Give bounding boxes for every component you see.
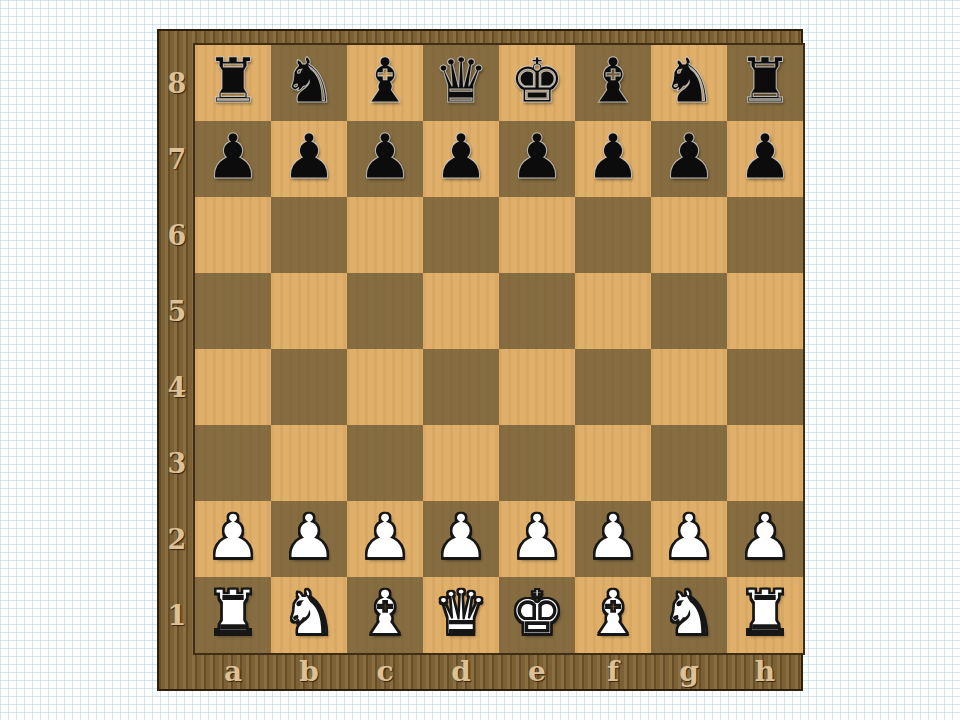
square-a1[interactable]: ♜ (195, 577, 271, 653)
square-g1[interactable]: ♞ (651, 577, 727, 653)
square-d6[interactable] (423, 197, 499, 273)
square-h7[interactable]: ♟ (727, 121, 803, 197)
piece-white-king-e1: ♚ (509, 582, 565, 644)
file-label-h: h (727, 653, 803, 689)
piece-black-rook-a8: ♜ (205, 50, 261, 112)
piece-white-queen-d1: ♛ (433, 582, 489, 644)
square-b5[interactable] (271, 273, 347, 349)
square-h5[interactable] (727, 273, 803, 349)
chess-board: 87654321 ♜♞♝♛♚♝♞♜♟♟♟♟♟♟♟♟♟♟♟♟♟♟♟♟♜♞♝♛♚♝♞… (157, 29, 803, 691)
square-f6[interactable] (575, 197, 651, 273)
rank-label-6: 6 (159, 197, 195, 273)
square-h1[interactable]: ♜ (727, 577, 803, 653)
square-a6[interactable] (195, 197, 271, 273)
square-e6[interactable] (499, 197, 575, 273)
square-g3[interactable] (651, 425, 727, 501)
piece-white-knight-g1: ♞ (661, 582, 717, 644)
piece-black-bishop-f8: ♝ (585, 50, 641, 112)
square-d8[interactable]: ♛ (423, 45, 499, 121)
piece-black-pawn-c7: ♟ (357, 126, 413, 188)
square-b7[interactable]: ♟ (271, 121, 347, 197)
square-e1[interactable]: ♚ (499, 577, 575, 653)
square-b3[interactable] (271, 425, 347, 501)
square-d2[interactable]: ♟ (423, 501, 499, 577)
square-e2[interactable]: ♟ (499, 501, 575, 577)
rank-labels: 87654321 (159, 45, 195, 653)
piece-black-pawn-h7: ♟ (737, 126, 793, 188)
square-g4[interactable] (651, 349, 727, 425)
square-c6[interactable] (347, 197, 423, 273)
piece-white-pawn-g2: ♟ (661, 506, 717, 568)
file-label-c: c (347, 653, 423, 689)
piece-black-pawn-d7: ♟ (433, 126, 489, 188)
square-a4[interactable] (195, 349, 271, 425)
piece-black-queen-d8: ♛ (433, 50, 489, 112)
square-e3[interactable] (499, 425, 575, 501)
file-labels: abcdefgh (195, 653, 803, 689)
piece-white-knight-b1: ♞ (281, 582, 337, 644)
piece-white-pawn-h2: ♟ (737, 506, 793, 568)
piece-black-pawn-f7: ♟ (585, 126, 641, 188)
square-a2[interactable]: ♟ (195, 501, 271, 577)
square-g6[interactable] (651, 197, 727, 273)
square-f2[interactable]: ♟ (575, 501, 651, 577)
square-f3[interactable] (575, 425, 651, 501)
piece-white-pawn-c2: ♟ (357, 506, 413, 568)
file-label-b: b (271, 653, 347, 689)
rank-label-2: 2 (159, 501, 195, 577)
square-e4[interactable] (499, 349, 575, 425)
piece-black-knight-b8: ♞ (281, 50, 337, 112)
square-c3[interactable] (347, 425, 423, 501)
board-squares: ♜♞♝♛♚♝♞♜♟♟♟♟♟♟♟♟♟♟♟♟♟♟♟♟♜♞♝♛♚♝♞♜ (195, 45, 803, 653)
square-g8[interactable]: ♞ (651, 45, 727, 121)
rank-label-1: 1 (159, 577, 195, 653)
file-label-g: g (651, 653, 727, 689)
square-a7[interactable]: ♟ (195, 121, 271, 197)
square-h6[interactable] (727, 197, 803, 273)
square-c2[interactable]: ♟ (347, 501, 423, 577)
square-f4[interactable] (575, 349, 651, 425)
piece-black-knight-g8: ♞ (661, 50, 717, 112)
slide-background: { "game": "chess", "description": "Chess… (0, 0, 960, 720)
square-c4[interactable] (347, 349, 423, 425)
square-b4[interactable] (271, 349, 347, 425)
square-f1[interactable]: ♝ (575, 577, 651, 653)
square-b2[interactable]: ♟ (271, 501, 347, 577)
rank-label-4: 4 (159, 349, 195, 425)
square-g5[interactable] (651, 273, 727, 349)
square-b1[interactable]: ♞ (271, 577, 347, 653)
rank-label-8: 8 (159, 45, 195, 121)
piece-black-pawn-a7: ♟ (205, 126, 261, 188)
piece-white-rook-h1: ♜ (737, 582, 793, 644)
file-label-f: f (575, 653, 651, 689)
square-b6[interactable] (271, 197, 347, 273)
square-a8[interactable]: ♜ (195, 45, 271, 121)
square-d7[interactable]: ♟ (423, 121, 499, 197)
square-f8[interactable]: ♝ (575, 45, 651, 121)
square-e7[interactable]: ♟ (499, 121, 575, 197)
square-f7[interactable]: ♟ (575, 121, 651, 197)
square-h2[interactable]: ♟ (727, 501, 803, 577)
square-g7[interactable]: ♟ (651, 121, 727, 197)
square-b8[interactable]: ♞ (271, 45, 347, 121)
square-d5[interactable] (423, 273, 499, 349)
piece-white-pawn-a2: ♟ (205, 506, 261, 568)
square-a3[interactable] (195, 425, 271, 501)
square-g2[interactable]: ♟ (651, 501, 727, 577)
file-label-a: a (195, 653, 271, 689)
square-c1[interactable]: ♝ (347, 577, 423, 653)
piece-black-pawn-g7: ♟ (661, 126, 717, 188)
square-d1[interactable]: ♛ (423, 577, 499, 653)
piece-black-pawn-e7: ♟ (509, 126, 565, 188)
piece-white-pawn-f2: ♟ (585, 506, 641, 568)
rank-label-5: 5 (159, 273, 195, 349)
file-label-e: e (499, 653, 575, 689)
piece-white-pawn-e2: ♟ (509, 506, 565, 568)
piece-white-bishop-c1: ♝ (357, 582, 413, 644)
piece-white-bishop-f1: ♝ (585, 582, 641, 644)
rank-label-7: 7 (159, 121, 195, 197)
piece-black-rook-h8: ♜ (737, 50, 793, 112)
piece-black-king-e8: ♚ (509, 50, 565, 112)
square-d3[interactable] (423, 425, 499, 501)
square-e8[interactable]: ♚ (499, 45, 575, 121)
square-c7[interactable]: ♟ (347, 121, 423, 197)
file-label-d: d (423, 653, 499, 689)
piece-black-bishop-c8: ♝ (357, 50, 413, 112)
square-f5[interactable] (575, 273, 651, 349)
square-c5[interactable] (347, 273, 423, 349)
piece-white-rook-a1: ♜ (205, 582, 261, 644)
square-a5[interactable] (195, 273, 271, 349)
square-e5[interactable] (499, 273, 575, 349)
piece-white-pawn-d2: ♟ (433, 506, 489, 568)
square-h3[interactable] (727, 425, 803, 501)
square-d4[interactable] (423, 349, 499, 425)
piece-black-pawn-b7: ♟ (281, 126, 337, 188)
square-h8[interactable]: ♜ (727, 45, 803, 121)
rank-label-3: 3 (159, 425, 195, 501)
piece-white-pawn-b2: ♟ (281, 506, 337, 568)
square-h4[interactable] (727, 349, 803, 425)
square-c8[interactable]: ♝ (347, 45, 423, 121)
